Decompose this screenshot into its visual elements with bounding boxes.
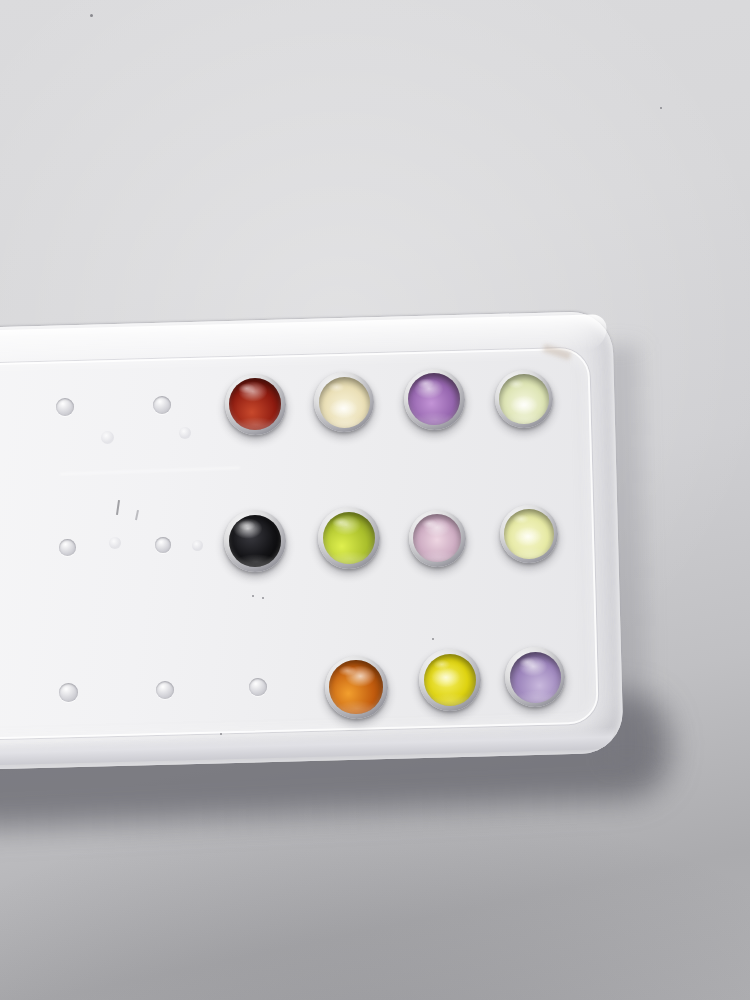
gem-garnet-red[interactable] xyxy=(225,374,286,435)
surface-scratch xyxy=(116,500,120,515)
gem-glare xyxy=(319,377,370,428)
dust-speck xyxy=(90,14,93,17)
dust-speck xyxy=(220,733,222,735)
empty-post-hole[interactable] xyxy=(59,539,76,556)
gem-citrine-yellow[interactable] xyxy=(419,649,481,711)
hole-refraction xyxy=(109,537,121,549)
gem-glare xyxy=(408,373,460,425)
gem-pink-quartz[interactable] xyxy=(409,510,466,567)
gem-amethyst-purple[interactable] xyxy=(404,369,465,430)
gem-amber-orange[interactable] xyxy=(325,656,388,719)
gem-glare xyxy=(323,512,376,565)
empty-post-hole[interactable] xyxy=(59,683,78,702)
empty-post-hole[interactable] xyxy=(155,537,171,553)
gem-glare xyxy=(229,378,281,430)
gem-prasiolite-pale-green[interactable] xyxy=(495,370,553,428)
empty-post-hole[interactable] xyxy=(56,398,74,416)
empty-post-hole[interactable] xyxy=(156,681,174,699)
dust-speck xyxy=(660,107,662,109)
photo-scene xyxy=(0,0,750,1000)
surface-scratch xyxy=(542,344,571,360)
gem-onyx-black[interactable] xyxy=(224,510,286,572)
gem-amethyst-violet[interactable] xyxy=(505,647,565,707)
dust-speck xyxy=(262,597,264,599)
gem-glare xyxy=(504,509,553,558)
gem-glare xyxy=(413,514,461,562)
hole-refraction xyxy=(101,431,114,444)
tray-contents xyxy=(0,0,750,1000)
gem-glare xyxy=(229,515,282,568)
gem-glare xyxy=(510,652,561,703)
gem-glare xyxy=(499,374,548,423)
dust-speck xyxy=(252,595,254,597)
empty-post-hole[interactable] xyxy=(153,396,171,414)
gem-peridot-green[interactable] xyxy=(318,507,380,569)
surface-scratch xyxy=(135,510,139,520)
gem-lemon-quartz-pale[interactable] xyxy=(500,505,558,563)
hole-refraction xyxy=(192,540,203,551)
gem-glare xyxy=(424,654,477,707)
gem-glare xyxy=(329,660,383,714)
empty-post-hole[interactable] xyxy=(249,678,267,696)
gem-champagne-citrine[interactable] xyxy=(314,372,374,432)
surface-scratch xyxy=(60,467,240,475)
dust-speck xyxy=(432,638,434,640)
hole-refraction xyxy=(179,427,191,439)
